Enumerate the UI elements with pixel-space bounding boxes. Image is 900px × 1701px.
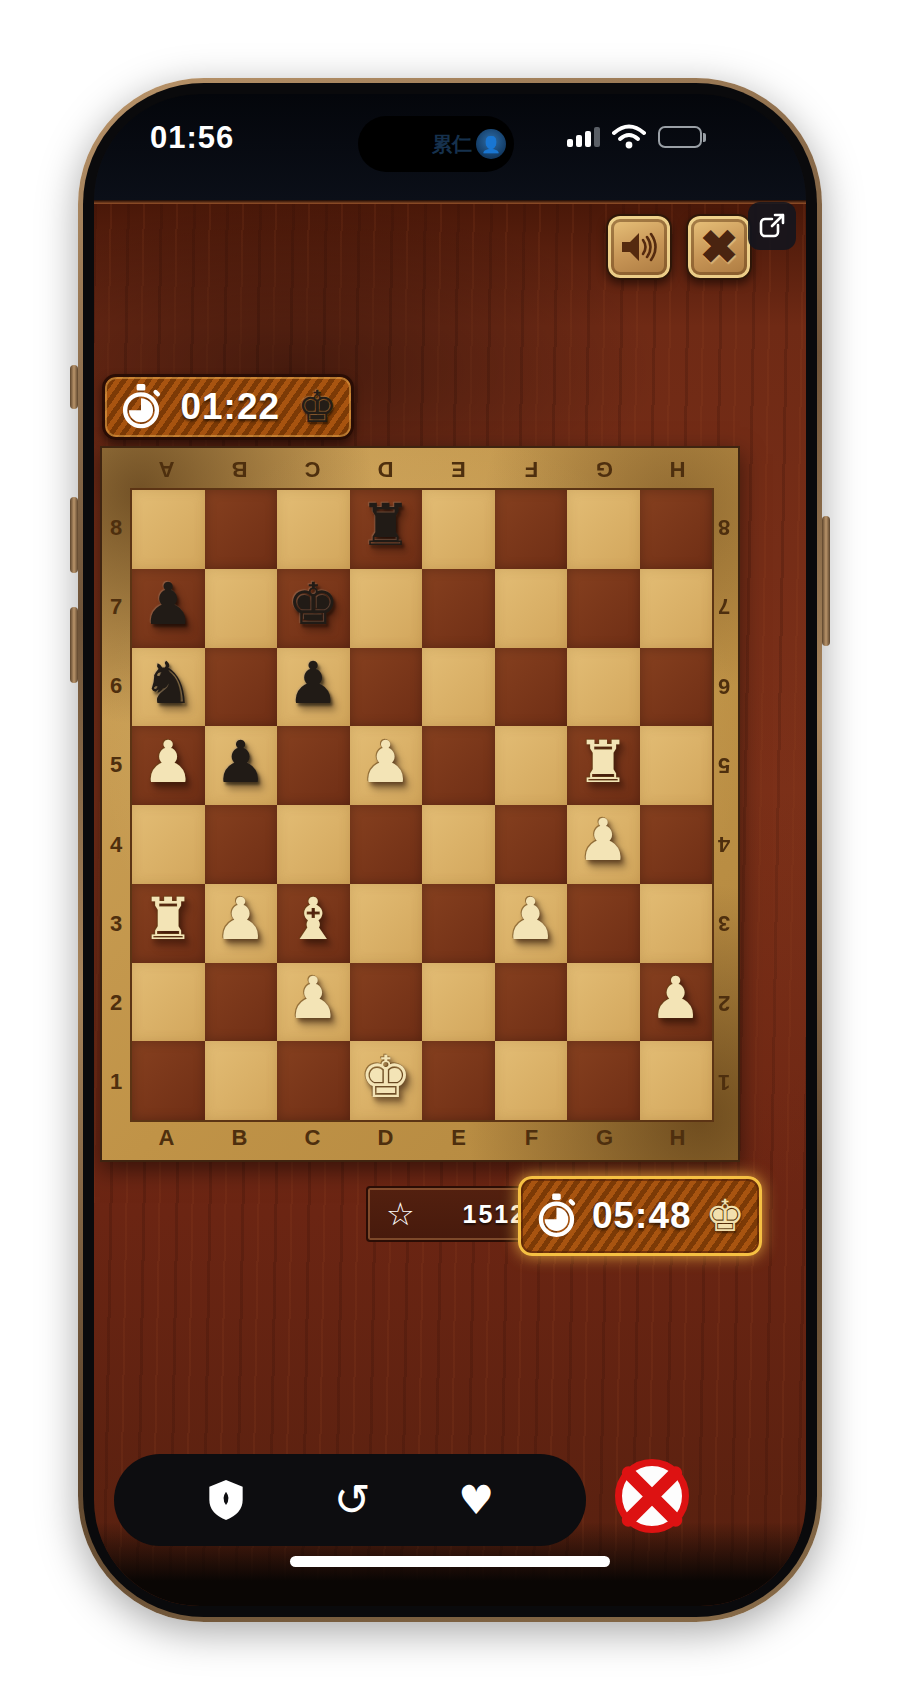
square-b6[interactable] [205,648,278,727]
square-f3[interactable]: ♟ [495,884,568,963]
square-d2[interactable] [350,963,423,1042]
square-c6[interactable]: ♟ [277,648,350,727]
square-g4[interactable]: ♟ [567,805,640,884]
piece-black-rook[interactable]: ♜ [360,496,412,554]
coord-label: F [495,1120,568,1156]
exit-button[interactable] [608,1452,696,1540]
ranks-left: 87654321 [102,488,130,1122]
black-clock-time: 01:22 [177,386,284,428]
square-g7[interactable] [567,569,640,648]
coord-label: C [276,452,349,486]
square-d4[interactable] [350,805,423,884]
face-id-icon: 👤 [476,129,506,159]
square-e6[interactable] [422,648,495,727]
square-h6[interactable] [640,648,713,727]
square-g5[interactable]: ♜ [567,726,640,805]
volume-up-button[interactable] [70,497,78,573]
square-a7[interactable]: ♟ [132,569,205,648]
coord-label: 5 [710,726,738,805]
close-icon: ✖ [700,220,739,274]
coord-label: 8 [710,488,738,567]
square-b8[interactable] [205,490,278,569]
square-d6[interactable] [350,648,423,727]
square-b1[interactable] [205,1041,278,1120]
white-player-clock: 05:48 ♚ [518,1176,762,1256]
dynamic-island: 累仁 👤 [358,116,514,172]
coord-label: 6 [710,647,738,726]
square-a4[interactable] [132,805,205,884]
black-king-icon: ♚ [298,385,337,429]
coord-label: D [349,1120,422,1156]
coord-label: A [130,1120,203,1156]
piece-white-pawn[interactable]: ♟ [287,969,339,1027]
battery-icon [658,126,706,148]
square-h3[interactable] [640,884,713,963]
square-b4[interactable] [205,805,278,884]
wifi-icon [612,124,646,150]
coord-label: 4 [710,805,738,884]
coord-label: 1 [710,1043,738,1122]
ranks-right: 87654321 [710,488,738,1122]
square-a6[interactable]: ♞ [132,648,205,727]
chess-board: ABCDEFGH 87654321 ♜♟♚♞♟♟♟♟♜♟♜♟♝♟♟♟♚ 8765… [100,446,740,1162]
square-c5[interactable] [277,726,350,805]
undo-button[interactable]: ↺ [334,1478,371,1522]
square-c4[interactable] [277,805,350,884]
square-f6[interactable] [495,648,568,727]
square-h5[interactable] [640,726,713,805]
square-d8[interactable]: ♜ [350,490,423,569]
home-indicator[interactable] [290,1556,610,1567]
piece-black-king[interactable]: ♚ [287,575,339,633]
square-h1[interactable] [640,1041,713,1120]
coord-label: 2 [102,964,130,1043]
close-button[interactable]: ✖ [686,214,752,280]
coord-label: 6 [102,647,130,726]
piece-black-pawn[interactable]: ♟ [142,575,194,633]
square-d7[interactable] [350,569,423,648]
square-e7[interactable] [422,569,495,648]
piece-white-pawn[interactable]: ♟ [360,733,412,791]
volume-down-button[interactable] [70,607,78,683]
piece-black-knight[interactable]: ♞ [142,654,194,712]
coord-label: G [568,1120,641,1156]
coord-label: 7 [710,567,738,646]
square-e3[interactable] [422,884,495,963]
coord-label: 4 [102,805,130,884]
piece-black-pawn[interactable]: ♟ [215,733,267,791]
square-h4[interactable] [640,805,713,884]
square-f1[interactable] [495,1041,568,1120]
square-h7[interactable] [640,569,713,648]
square-d3[interactable] [350,884,423,963]
square-b3[interactable]: ♟ [205,884,278,963]
coord-label: 2 [710,964,738,1043]
white-king-icon: ♚ [706,1194,745,1238]
square-h2[interactable]: ♟ [640,963,713,1042]
square-b5[interactable]: ♟ [205,726,278,805]
stopwatch-icon [535,1192,578,1240]
cellular-signal-icon [567,127,600,147]
coord-label: 8 [102,488,130,567]
coord-label: 7 [102,567,130,646]
square-f2[interactable] [495,963,568,1042]
board-squares: ♜♟♚♞♟♟♟♟♜♟♜♟♝♟♟♟♚ [130,488,714,1122]
coord-label: G [568,452,641,486]
coord-label: A [130,452,203,486]
coord-label: 3 [102,884,130,963]
piece-white-pawn[interactable]: ♟ [577,811,629,869]
square-c1[interactable] [277,1041,350,1120]
square-b7[interactable] [205,569,278,648]
coord-label: D [349,452,422,486]
coord-label: H [641,1120,714,1156]
coord-label: H [641,452,714,486]
square-c8[interactable] [277,490,350,569]
files-bottom: ABCDEFGH [130,1120,714,1156]
piece-white-pawn[interactable]: ♟ [505,890,557,948]
bottom-toolbar: ↺ ♥ [114,1454,586,1546]
status-time: 01:56 [150,120,270,156]
square-c7[interactable]: ♚ [277,569,350,648]
square-b2[interactable] [205,963,278,1042]
coord-label: C [276,1120,349,1156]
square-e1[interactable] [422,1041,495,1120]
star-icon: ☆ [386,1198,415,1230]
square-a2[interactable] [132,963,205,1042]
square-e4[interactable] [422,805,495,884]
coord-label: 5 [102,726,130,805]
piece-white-pawn[interactable]: ♟ [215,890,267,948]
square-f5[interactable] [495,726,568,805]
speaker-icon [619,229,659,265]
black-player-clock: 01:22 ♚ [102,374,354,440]
coord-label: 3 [710,884,738,963]
square-d1[interactable]: ♚ [350,1041,423,1120]
coord-label: E [422,1120,495,1156]
square-e5[interactable] [422,726,495,805]
sound-button[interactable] [606,214,672,280]
coord-label: E [422,452,495,486]
square-g2[interactable] [567,963,640,1042]
piece-white-rook[interactable]: ♜ [142,890,194,948]
square-e2[interactable] [422,963,495,1042]
square-f4[interactable] [495,805,568,884]
share-icon [758,212,786,240]
piece-black-pawn[interactable]: ♟ [287,654,339,712]
square-e8[interactable] [422,490,495,569]
square-g1[interactable] [567,1041,640,1120]
coord-label: B [203,452,276,486]
wood-seam [94,200,806,204]
square-h8[interactable] [640,490,713,569]
status-icons [567,124,706,150]
share-button[interactable] [748,202,796,250]
square-d5[interactable]: ♟ [350,726,423,805]
square-a5[interactable]: ♟ [132,726,205,805]
square-f8[interactable] [495,490,568,569]
power-button[interactable] [822,516,830,646]
square-g6[interactable] [567,648,640,727]
coord-label: B [203,1120,276,1156]
square-c2[interactable]: ♟ [277,963,350,1042]
square-c3[interactable]: ♝ [277,884,350,963]
square-a3[interactable]: ♜ [132,884,205,963]
white-clock-time: 05:48 [592,1195,692,1237]
square-a8[interactable] [132,490,205,569]
piece-white-king[interactable]: ♚ [360,1048,412,1106]
square-a1[interactable] [132,1041,205,1120]
island-text: 累仁 [432,131,472,158]
piece-white-rook[interactable]: ♜ [577,733,629,791]
shield-button[interactable] [206,1478,246,1522]
piece-white-bishop[interactable]: ♝ [287,890,339,948]
square-f7[interactable] [495,569,568,648]
phone-screen: 01:56 累仁 👤 ✖ [94,94,806,1606]
coord-label: F [495,452,568,486]
stopwatch-icon [119,384,163,430]
piece-white-pawn[interactable]: ♟ [142,733,194,791]
square-g3[interactable] [567,884,640,963]
square-g8[interactable] [567,490,640,569]
piece-white-pawn[interactable]: ♟ [650,969,702,1027]
files-top: ABCDEFGH [130,452,714,486]
coord-label: 1 [102,1043,130,1122]
heart-button[interactable]: ♥ [458,1480,494,1520]
mute-switch[interactable] [70,365,78,409]
